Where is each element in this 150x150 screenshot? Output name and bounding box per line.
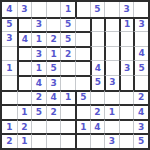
cell-r9c8[interactable] [104,119,119,134]
cell-r4c7[interactable] [90,46,105,61]
cell-r10c5[interactable] [60,133,75,148]
cell-r5c1: 1 [2,60,17,75]
cell-r1c6[interactable] [75,2,90,17]
cell-r4c6[interactable] [75,46,90,61]
cell-r10c8: 3 [104,133,119,148]
cell-r8c10: 4 [133,104,148,119]
cell-r1c5: 1 [60,2,75,17]
cell-r1c10[interactable] [133,2,148,17]
cell-r3c2: 4 [17,31,32,46]
cell-r5c3: 1 [31,60,46,75]
cell-r5c10: 5 [133,60,148,75]
cell-r5c5[interactable] [60,60,75,75]
cell-r7c7[interactable] [90,90,105,105]
cell-r8c5[interactable] [60,104,75,119]
cell-r7c6: 5 [75,90,90,105]
cell-r10c6[interactable] [75,133,90,148]
cell-r10c9[interactable] [119,133,134,148]
cell-r2c2[interactable] [17,17,32,32]
cell-r3c3: 1 [31,31,46,46]
cell-r6c6[interactable] [75,75,90,90]
cell-r1c3[interactable] [31,2,46,17]
cell-r9c4[interactable] [46,119,61,134]
cell-r3c6[interactable] [75,31,90,46]
cell-r1c8[interactable] [104,2,119,17]
cell-r2c3: 3 [31,17,46,32]
cell-r1c2: 3 [17,2,32,17]
cell-r8c2: 1 [17,104,32,119]
cell-r4c1[interactable] [2,46,17,61]
cell-r4c5: 2 [60,46,75,61]
cell-r10c3[interactable] [31,133,46,148]
cell-r1c9: 3 [119,2,134,17]
cell-r5c4: 5 [46,60,61,75]
cell-r2c10: 3 [133,17,148,32]
cell-r1c7: 5 [90,2,105,17]
cell-r9c6: 1 [75,119,90,134]
cell-r9c7: 4 [90,119,105,134]
cell-r7c10: 2 [133,90,148,105]
cell-r4c4: 1 [46,46,61,61]
cell-r6c10[interactable] [133,75,148,90]
cell-r6c5[interactable] [60,75,75,90]
cell-r9c3[interactable] [31,119,46,134]
cell-r5c6[interactable] [75,60,90,75]
cell-r2c4[interactable] [46,17,61,32]
cell-r6c9[interactable] [119,75,134,90]
cell-r5c9: 3 [119,60,134,75]
cell-r7c4: 4 [46,90,61,105]
cell-r7c8[interactable] [104,90,119,105]
cell-r8c6[interactable] [75,104,90,119]
cell-r5c2[interactable] [17,60,32,75]
cell-r9c9[interactable] [119,119,134,134]
cell-r7c9[interactable] [119,90,134,105]
cell-r6c2[interactable] [17,75,32,90]
cell-r6c4: 3 [46,75,61,90]
cell-r2c1: 5 [2,17,17,32]
cell-r5c7: 4 [90,60,105,75]
cell-r8c7: 2 [90,104,105,119]
cell-r9c10: 3 [133,119,148,134]
cell-r8c3: 5 [31,104,46,119]
cell-r3c1: 3 [2,31,17,46]
cell-r3c9[interactable] [119,31,134,46]
cell-r7c3: 2 [31,90,46,105]
cell-r10c4[interactable] [46,133,61,148]
cell-r9c1: 1 [2,119,17,134]
cell-r2c6[interactable] [75,17,90,32]
cell-r5c8[interactable] [104,60,119,75]
cell-r10c2: 1 [17,133,32,148]
cell-r4c2[interactable] [17,46,32,61]
cell-r6c8: 3 [104,75,119,90]
cell-r3c4: 2 [46,31,61,46]
cell-r2c9: 1 [119,17,134,32]
cell-r8c9[interactable] [119,104,134,119]
cell-r2c8[interactable] [104,17,119,32]
cell-r6c7: 5 [90,75,105,90]
cell-r4c3: 3 [31,46,46,61]
cell-r10c1: 2 [2,133,17,148]
cell-r3c10[interactable] [133,31,148,46]
cell-r3c5: 5 [60,31,75,46]
cell-r1c4[interactable] [46,2,61,17]
cell-r4c10: 4 [133,46,148,61]
cell-r3c7[interactable] [90,31,105,46]
cell-r10c7[interactable] [90,133,105,148]
puzzle-board: 4315353513341253124115435435324152152214… [0,0,150,150]
cell-r4c9[interactable] [119,46,134,61]
cell-r3c8[interactable] [104,31,119,46]
cell-r8c1[interactable] [2,104,17,119]
cell-r6c3: 4 [31,75,46,90]
cell-r7c2[interactable] [17,90,32,105]
cell-r10c10: 5 [133,133,148,148]
cell-r9c5[interactable] [60,119,75,134]
cell-r7c1[interactable] [2,90,17,105]
cell-r7c5: 1 [60,90,75,105]
cell-r9c2: 2 [17,119,32,134]
cell-r8c4: 2 [46,104,61,119]
cell-r6c1[interactable] [2,75,17,90]
cell-r1c1: 4 [2,2,17,17]
cell-r4c8[interactable] [104,46,119,61]
cell-r2c7[interactable] [90,17,105,32]
cell-r2c5: 5 [60,17,75,32]
cell-r8c8: 1 [104,104,119,119]
